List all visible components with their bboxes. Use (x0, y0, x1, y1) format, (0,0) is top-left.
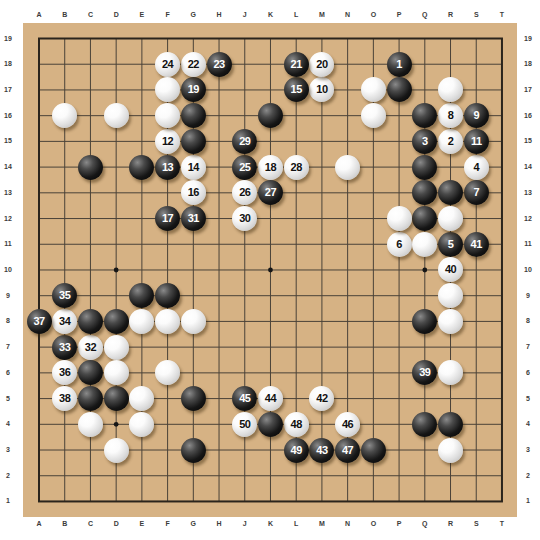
coord-label: S (468, 11, 484, 19)
move-number: 35 (59, 290, 70, 301)
coord-label: E (134, 11, 150, 19)
move-number: 27 (265, 187, 276, 198)
stone-P18[interactable]: 1 (387, 52, 412, 77)
coord-label: B (57, 520, 73, 528)
move-number: 18 (265, 161, 276, 172)
stone-G3[interactable] (181, 438, 206, 463)
coord-label: 16 (0, 112, 16, 120)
coord-label: 12 (520, 215, 536, 223)
stone-G18[interactable]: 22 (181, 52, 206, 77)
coord-label: 5 (520, 395, 536, 403)
move-number: 44 (265, 393, 276, 404)
stone-G5[interactable] (181, 386, 206, 411)
move-number: 24 (162, 58, 173, 69)
stone-R16[interactable]: 8 (438, 103, 463, 128)
stone-C7[interactable]: 32 (78, 335, 103, 360)
coord-label: 11 (0, 240, 16, 248)
coord-label: 19 (0, 35, 16, 43)
stone-A8[interactable]: 37 (27, 309, 52, 334)
stone-P11[interactable]: 6 (387, 232, 412, 257)
coord-label: J (237, 11, 253, 19)
stone-N14[interactable] (335, 155, 360, 180)
move-number: 10 (316, 84, 327, 95)
coord-label: 9 (520, 292, 536, 300)
move-number: 12 (162, 135, 173, 146)
coord-label: G (185, 520, 201, 528)
stone-M18[interactable]: 20 (309, 52, 334, 77)
move-number: 43 (316, 444, 327, 455)
move-number: 20 (316, 58, 327, 69)
stone-G12[interactable]: 31 (181, 206, 206, 231)
coord-label: C (82, 11, 98, 19)
stone-F15[interactable]: 12 (155, 129, 180, 154)
stone-G15[interactable] (181, 129, 206, 154)
move-number: 38 (59, 393, 70, 404)
move-number: 23 (213, 58, 224, 69)
move-number: 2 (448, 135, 454, 146)
move-number: 9 (473, 110, 479, 121)
stone-D16[interactable] (104, 103, 129, 128)
stone-F14[interactable]: 13 (155, 155, 180, 180)
stone-J4[interactable]: 50 (232, 412, 257, 437)
coord-label: K (262, 11, 278, 19)
move-number: 22 (188, 58, 199, 69)
stone-L4[interactable]: 48 (284, 412, 309, 437)
move-number: 14 (188, 161, 199, 172)
stone-D8[interactable] (104, 309, 129, 334)
coord-label: F (160, 520, 176, 528)
coord-label: 2 (0, 472, 16, 480)
coord-label: F (160, 11, 176, 19)
coord-label: K (262, 520, 278, 528)
stone-Q15[interactable]: 3 (412, 129, 437, 154)
stone-R8[interactable] (438, 309, 463, 334)
coord-label: N (340, 11, 356, 19)
stone-D3[interactable] (104, 438, 129, 463)
coord-label: 11 (520, 240, 536, 248)
stone-C5[interactable] (78, 386, 103, 411)
stone-L14[interactable]: 28 (284, 155, 309, 180)
move-number: 42 (316, 393, 327, 404)
move-number: 49 (291, 444, 302, 455)
stone-R15[interactable]: 2 (438, 129, 463, 154)
move-number: 7 (473, 187, 479, 198)
coord-label: P (391, 520, 407, 528)
stone-N3[interactable]: 47 (335, 438, 360, 463)
coord-label: L (288, 520, 304, 528)
move-number: 21 (291, 58, 302, 69)
move-number: 32 (85, 341, 96, 352)
coord-label: 17 (520, 86, 536, 94)
coord-label: M (314, 11, 330, 19)
stone-E14[interactable] (129, 155, 154, 180)
coord-label: 10 (520, 266, 536, 274)
move-number: 29 (239, 135, 250, 146)
coord-label: T (494, 520, 510, 528)
coord-label: R (443, 11, 459, 19)
stone-F12[interactable]: 17 (155, 206, 180, 231)
stone-J14[interactable]: 25 (232, 155, 257, 180)
stone-F8[interactable] (155, 309, 180, 334)
stone-N4[interactable]: 46 (335, 412, 360, 437)
move-number: 36 (59, 367, 70, 378)
coord-label: 16 (520, 112, 536, 120)
coord-label: 9 (0, 292, 16, 300)
move-number: 46 (342, 418, 353, 429)
stone-R12[interactable] (438, 206, 463, 231)
stone-S14[interactable]: 4 (464, 155, 489, 180)
move-number: 15 (291, 84, 302, 95)
stone-B8[interactable]: 34 (52, 309, 77, 334)
coord-label: 12 (0, 215, 16, 223)
go-diagram-page: AABBCCDDEEFFGGHHJJKKLLMMNNOOPPQQRRSSTT19… (0, 0, 540, 540)
move-number: 1 (396, 58, 402, 69)
move-number: 45 (239, 393, 250, 404)
stone-O16[interactable] (361, 103, 386, 128)
coord-label: 15 (520, 137, 536, 145)
stone-Q4[interactable] (412, 412, 437, 437)
coord-label: 14 (0, 163, 16, 171)
move-number: 25 (239, 161, 250, 172)
stone-C8[interactable] (78, 309, 103, 334)
coord-label: Q (417, 520, 433, 528)
coord-label: R (443, 520, 459, 528)
move-number: 31 (188, 213, 199, 224)
move-number: 6 (396, 238, 402, 249)
stone-G13[interactable]: 16 (181, 180, 206, 205)
move-number: 3 (422, 135, 428, 146)
move-number: 37 (33, 315, 44, 326)
stone-S13[interactable]: 7 (464, 180, 489, 205)
stone-C4[interactable] (78, 412, 103, 437)
move-number: 19 (188, 84, 199, 95)
coord-label: P (391, 11, 407, 19)
move-number: 30 (239, 213, 250, 224)
coord-label: 15 (0, 137, 16, 145)
stone-K4[interactable] (258, 412, 283, 437)
coord-label: 5 (0, 395, 16, 403)
stone-G8[interactable] (181, 309, 206, 334)
coord-label: E (134, 520, 150, 528)
move-number: 28 (291, 161, 302, 172)
coord-label: 17 (0, 86, 16, 94)
coord-label: 8 (0, 317, 16, 325)
coord-label: D (108, 520, 124, 528)
coord-label: L (288, 11, 304, 19)
coord-label: 8 (520, 317, 536, 325)
coord-label: S (468, 520, 484, 528)
stone-D6[interactable] (104, 360, 129, 385)
coord-label: A (31, 11, 47, 19)
move-number: 5 (448, 238, 454, 249)
move-number: 50 (239, 418, 250, 429)
coord-label: H (211, 11, 227, 19)
coord-label: J (237, 520, 253, 528)
coord-label: 7 (0, 343, 16, 351)
coord-label: 18 (0, 60, 16, 68)
coord-label: 1 (520, 497, 536, 505)
coord-label: 14 (520, 163, 536, 171)
coord-label: 6 (520, 369, 536, 377)
stone-F18[interactable]: 24 (155, 52, 180, 77)
move-number: 26 (239, 187, 250, 198)
stone-K16[interactable] (258, 103, 283, 128)
stone-L18[interactable]: 21 (284, 52, 309, 77)
stone-G16[interactable] (181, 103, 206, 128)
stone-M3[interactable]: 43 (309, 438, 334, 463)
stone-K5[interactable]: 44 (258, 386, 283, 411)
coord-label: 19 (520, 35, 536, 43)
stone-K14[interactable]: 18 (258, 155, 283, 180)
coord-label: 7 (520, 343, 536, 351)
stone-R4[interactable] (438, 412, 463, 437)
move-number: 47 (342, 444, 353, 455)
coord-label: 13 (520, 189, 536, 197)
stone-O3[interactable] (361, 438, 386, 463)
move-number: 17 (162, 213, 173, 224)
coord-label: 4 (520, 420, 536, 428)
coord-label: A (31, 520, 47, 528)
coord-label: D (108, 11, 124, 19)
coord-label: 2 (520, 472, 536, 480)
stone-D5[interactable] (104, 386, 129, 411)
coord-label: C (82, 520, 98, 528)
stone-P17[interactable] (387, 77, 412, 102)
coord-label: 13 (0, 189, 16, 197)
stone-H18[interactable]: 23 (207, 52, 232, 77)
move-number: 8 (448, 110, 454, 121)
move-number: 40 (445, 264, 456, 275)
coord-label: N (340, 520, 356, 528)
coord-label: M (314, 520, 330, 528)
stone-B7[interactable]: 33 (52, 335, 77, 360)
move-number: 39 (419, 367, 430, 378)
stone-J15[interactable]: 29 (232, 129, 257, 154)
coord-label: 10 (0, 266, 16, 274)
move-number: 11 (471, 135, 482, 146)
stone-S16[interactable]: 9 (464, 103, 489, 128)
stone-S11[interactable]: 41 (464, 232, 489, 257)
coord-label: O (365, 520, 381, 528)
move-number: 41 (471, 238, 482, 249)
move-number: 4 (473, 161, 479, 172)
move-number: 13 (162, 161, 173, 172)
coord-label: 1 (0, 497, 16, 505)
stone-L3[interactable]: 49 (284, 438, 309, 463)
coord-label: H (211, 520, 227, 528)
coord-label: Q (417, 11, 433, 19)
coord-label: G (185, 11, 201, 19)
move-number: 33 (59, 341, 70, 352)
coord-label: T (494, 11, 510, 19)
coord-label: 18 (520, 60, 536, 68)
coord-label: 4 (0, 420, 16, 428)
stone-Q14[interactable] (412, 155, 437, 180)
stone-D7[interactable] (104, 335, 129, 360)
coord-label: B (57, 11, 73, 19)
stone-R11[interactable]: 5 (438, 232, 463, 257)
move-number: 16 (188, 187, 199, 198)
coord-label: 6 (0, 369, 16, 377)
stone-L17[interactable]: 15 (284, 77, 309, 102)
stone-S15[interactable]: 11 (464, 129, 489, 154)
stone-P12[interactable] (387, 206, 412, 231)
stone-R3[interactable] (438, 438, 463, 463)
move-number: 48 (291, 418, 302, 429)
stone-Q11[interactable] (412, 232, 437, 257)
coord-label: O (365, 11, 381, 19)
coord-label: 3 (520, 446, 536, 454)
stone-C14[interactable] (78, 155, 103, 180)
coord-label: 3 (0, 446, 16, 454)
move-number: 34 (59, 315, 70, 326)
stone-G14[interactable]: 14 (181, 155, 206, 180)
